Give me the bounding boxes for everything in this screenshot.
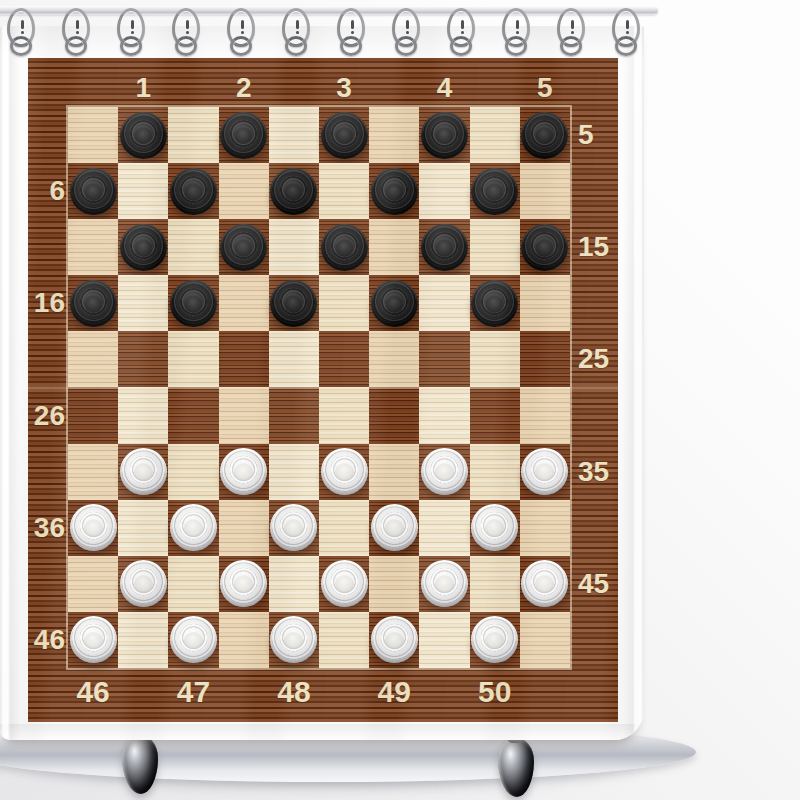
left-labels: 616263646 [28, 107, 68, 668]
black-piece [471, 280, 518, 327]
dark-square [219, 219, 269, 275]
square-number-label: 6 [49, 177, 65, 205]
light-square [520, 275, 570, 331]
dark-square [369, 163, 419, 219]
dark-square [68, 275, 118, 331]
dark-square [68, 500, 118, 556]
white-piece [120, 560, 167, 607]
black-piece [270, 280, 317, 327]
light-square [419, 387, 469, 443]
light-square [520, 500, 570, 556]
light-square [470, 331, 520, 387]
light-square [118, 387, 168, 443]
dark-square [269, 163, 319, 219]
black-piece [521, 112, 568, 159]
black-piece [220, 112, 267, 159]
dark-square [219, 107, 269, 163]
dark-square [219, 444, 269, 500]
black-piece [421, 224, 468, 271]
light-square [369, 444, 419, 500]
black-piece [70, 168, 117, 215]
white-piece [521, 448, 568, 495]
grommet-slit [351, 20, 354, 29]
grommet-slit [461, 20, 464, 29]
black-piece [120, 112, 167, 159]
dark-square [118, 219, 168, 275]
square-number-label: 1 [136, 74, 152, 102]
white-piece [220, 560, 267, 607]
dark-square [168, 387, 218, 443]
light-square [470, 556, 520, 612]
light-square [520, 612, 570, 668]
curtain-hook [334, 8, 364, 56]
grommet-slit [21, 20, 24, 29]
white-piece [471, 504, 518, 551]
dark-square [369, 275, 419, 331]
hook-ring [285, 36, 307, 56]
curtain-hook [554, 8, 584, 56]
light-square [219, 387, 269, 443]
black-piece [70, 280, 117, 327]
white-piece [120, 448, 167, 495]
dark-square [470, 500, 520, 556]
white-piece [421, 560, 468, 607]
light-square [470, 219, 520, 275]
black-piece [170, 168, 217, 215]
white-piece [521, 560, 568, 607]
white-piece [220, 448, 267, 495]
dark-square [470, 612, 520, 668]
grommet-slit [241, 20, 244, 29]
light-square [219, 500, 269, 556]
light-square [118, 612, 168, 668]
hook-ring [450, 36, 472, 56]
dark-square [269, 500, 319, 556]
light-square [470, 444, 520, 500]
light-square [319, 163, 369, 219]
curtain-hook [279, 8, 309, 56]
dark-square [269, 612, 319, 668]
grommet-slit [131, 20, 134, 29]
light-square [269, 107, 319, 163]
light-square [269, 331, 319, 387]
white-piece [70, 504, 117, 551]
light-square [118, 163, 168, 219]
dark-square [419, 219, 469, 275]
dark-square [520, 107, 570, 163]
dark-square [319, 444, 369, 500]
dark-square [168, 500, 218, 556]
dark-square [470, 275, 520, 331]
light-square [319, 275, 369, 331]
dark-square [319, 331, 369, 387]
curtain-hook [4, 8, 34, 56]
black-piece [421, 112, 468, 159]
light-square [419, 163, 469, 219]
dark-square [419, 444, 469, 500]
white-piece [270, 616, 317, 663]
dark-square [470, 387, 520, 443]
shower-curtain: 12345 4647484950 616263646 515253545 [0, 26, 644, 740]
curtain-hook [59, 8, 89, 56]
black-piece [170, 280, 217, 327]
grommet-slit [626, 20, 629, 29]
playing-area [68, 107, 570, 668]
hook-ring [615, 36, 637, 56]
dark-square [168, 275, 218, 331]
scene: 12345 4647484950 616263646 515253545 [0, 0, 800, 800]
square-number-label: 5 [537, 74, 553, 102]
dark-square [269, 275, 319, 331]
grommet-slit [406, 20, 409, 29]
light-square [369, 219, 419, 275]
light-square [419, 500, 469, 556]
dark-square [168, 163, 218, 219]
hook-ring [505, 36, 527, 56]
light-square [369, 556, 419, 612]
black-piece [220, 224, 267, 271]
light-square [269, 219, 319, 275]
top-labels: 12345 [68, 58, 570, 107]
light-square [419, 612, 469, 668]
dark-square [419, 331, 469, 387]
black-piece [371, 280, 418, 327]
dark-square [68, 163, 118, 219]
light-square [68, 219, 118, 275]
dark-square [520, 331, 570, 387]
curtain-hook [609, 8, 639, 56]
light-square [369, 107, 419, 163]
light-square [470, 107, 520, 163]
curtain-hook [114, 8, 144, 56]
black-piece [321, 224, 368, 271]
light-square [168, 219, 218, 275]
black-piece [521, 224, 568, 271]
light-square [118, 500, 168, 556]
light-square [369, 331, 419, 387]
grommet-slit [76, 20, 79, 29]
light-square [319, 387, 369, 443]
draughts-board: 12345 4647484950 616263646 515253545 [28, 58, 618, 722]
light-square [68, 556, 118, 612]
dark-square [118, 331, 168, 387]
grommet-slit [186, 20, 189, 29]
hook-ring [65, 36, 87, 56]
square-number-label: 47 [177, 677, 210, 707]
square-number-label: 48 [277, 677, 310, 707]
white-piece [170, 616, 217, 663]
light-square [219, 163, 269, 219]
square-number-label: 46 [34, 626, 65, 654]
dark-square [520, 556, 570, 612]
square-number-label: 36 [34, 514, 65, 542]
dark-square [319, 107, 369, 163]
white-piece [270, 504, 317, 551]
dark-square [219, 331, 269, 387]
light-square [168, 107, 218, 163]
white-piece [70, 616, 117, 663]
black-piece [471, 168, 518, 215]
hook-ring [10, 36, 32, 56]
light-square [219, 612, 269, 668]
dark-square [219, 556, 269, 612]
square-number-label: 45 [578, 570, 609, 598]
hook-ring [340, 36, 362, 56]
light-square [520, 163, 570, 219]
dark-square [520, 219, 570, 275]
dark-square [68, 612, 118, 668]
light-square [319, 612, 369, 668]
dark-square [369, 387, 419, 443]
black-piece [371, 168, 418, 215]
light-square [168, 444, 218, 500]
black-piece [321, 112, 368, 159]
square-number-label: 25 [578, 345, 609, 373]
curtain-hook [444, 8, 474, 56]
square-number-label: 15 [578, 233, 609, 261]
square-number-label: 3 [336, 74, 352, 102]
light-square [319, 500, 369, 556]
dark-square [269, 387, 319, 443]
light-square [68, 107, 118, 163]
square-number-label: 50 [478, 677, 511, 707]
right-labels: 515253545 [570, 107, 618, 668]
square-number-label: 4 [437, 74, 453, 102]
square-number-label: 16 [34, 289, 65, 317]
white-piece [170, 504, 217, 551]
square-number-label: 5 [578, 121, 594, 149]
square-number-label: 35 [578, 458, 609, 486]
dark-square [168, 612, 218, 668]
hook-ring [560, 36, 582, 56]
square-number-label: 49 [378, 677, 411, 707]
curtain-hook [389, 8, 419, 56]
white-piece [421, 448, 468, 495]
light-square [269, 556, 319, 612]
dark-square [419, 556, 469, 612]
grommet-slit [516, 20, 519, 29]
black-piece [120, 224, 167, 271]
white-piece [471, 616, 518, 663]
light-square [118, 275, 168, 331]
dark-square [419, 107, 469, 163]
light-square [168, 556, 218, 612]
dark-square [470, 163, 520, 219]
white-piece [321, 560, 368, 607]
grommet-slit [296, 20, 299, 29]
light-square [269, 444, 319, 500]
dark-square [319, 219, 369, 275]
hook-ring [120, 36, 142, 56]
light-square [68, 331, 118, 387]
dark-square [68, 387, 118, 443]
square-number-label: 46 [76, 677, 109, 707]
dark-square [369, 500, 419, 556]
hook-ring [230, 36, 252, 56]
dark-square [118, 107, 168, 163]
bottom-labels: 4647484950 [68, 668, 570, 722]
curtain-hook [499, 8, 529, 56]
light-square [219, 275, 269, 331]
hook-ring [395, 36, 417, 56]
grommet-slit [571, 20, 574, 29]
curtain-hook [224, 8, 254, 56]
curtain-hem [0, 724, 644, 740]
white-piece [371, 504, 418, 551]
light-square [68, 444, 118, 500]
light-square [520, 387, 570, 443]
square-number-label: 26 [34, 402, 65, 430]
dark-square [369, 612, 419, 668]
dark-square [118, 556, 168, 612]
light-square [168, 331, 218, 387]
light-square [419, 275, 469, 331]
white-piece [321, 448, 368, 495]
square-number-label: 2 [236, 74, 252, 102]
black-piece [270, 168, 317, 215]
dark-square [319, 556, 369, 612]
hook-ring [175, 36, 197, 56]
dark-square [520, 444, 570, 500]
white-piece [371, 616, 418, 663]
dark-square [118, 444, 168, 500]
curtain-hook [169, 8, 199, 56]
